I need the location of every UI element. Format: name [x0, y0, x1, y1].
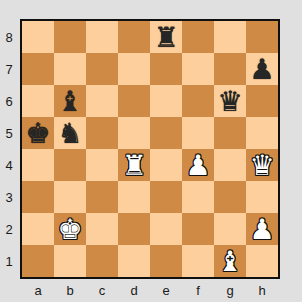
- square-b4[interactable]: [54, 149, 86, 181]
- square-c2[interactable]: [86, 213, 118, 245]
- rank-label-3: 3: [0, 181, 18, 213]
- square-f8[interactable]: [182, 21, 214, 53]
- square-d4[interactable]: ♜: [118, 149, 150, 181]
- square-g4[interactable]: [214, 149, 246, 181]
- square-b5[interactable]: ♞: [54, 117, 86, 149]
- piece-white-king-b2[interactable]: ♚: [57, 216, 82, 244]
- square-f7[interactable]: [182, 53, 214, 85]
- square-b7[interactable]: [54, 53, 86, 85]
- square-c5[interactable]: [86, 117, 118, 149]
- square-g3[interactable]: [214, 181, 246, 213]
- piece-white-pawn-f4[interactable]: ♟: [185, 152, 210, 180]
- square-f6[interactable]: [182, 85, 214, 117]
- square-g2[interactable]: [214, 213, 246, 245]
- square-h1[interactable]: [246, 245, 278, 277]
- square-c4[interactable]: [86, 149, 118, 181]
- square-e7[interactable]: [150, 53, 182, 85]
- rank-label-5: 5: [0, 117, 18, 149]
- square-c7[interactable]: [86, 53, 118, 85]
- square-h4[interactable]: ♛: [246, 149, 278, 181]
- file-label-a: a: [22, 281, 54, 299]
- chess-board: ♜♟♝♛♚♞♜♟♛♚♟♝: [20, 19, 280, 279]
- rank-label-2: 2: [0, 213, 18, 245]
- square-e3[interactable]: [150, 181, 182, 213]
- square-d6[interactable]: [118, 85, 150, 117]
- rank-label-8: 8: [0, 21, 18, 53]
- piece-white-queen-h4[interactable]: ♛: [249, 152, 274, 180]
- square-a6[interactable]: [22, 85, 54, 117]
- piece-white-rook-d4[interactable]: ♜: [121, 152, 146, 180]
- square-f3[interactable]: [182, 181, 214, 213]
- square-d5[interactable]: [118, 117, 150, 149]
- square-g6[interactable]: ♛: [214, 85, 246, 117]
- square-e8[interactable]: ♜: [150, 21, 182, 53]
- square-h3[interactable]: [246, 181, 278, 213]
- square-d3[interactable]: [118, 181, 150, 213]
- square-a3[interactable]: [22, 181, 54, 213]
- square-g1[interactable]: ♝: [214, 245, 246, 277]
- square-f4[interactable]: ♟: [182, 149, 214, 181]
- square-h2[interactable]: ♟: [246, 213, 278, 245]
- square-a1[interactable]: [22, 245, 54, 277]
- square-h6[interactable]: [246, 85, 278, 117]
- square-b6[interactable]: ♝: [54, 85, 86, 117]
- square-a7[interactable]: [22, 53, 54, 85]
- square-d7[interactable]: [118, 53, 150, 85]
- square-a8[interactable]: [22, 21, 54, 53]
- rank-label-7: 7: [0, 53, 18, 85]
- piece-black-pawn-h7[interactable]: ♟: [249, 56, 274, 84]
- rank-label-6: 6: [0, 85, 18, 117]
- square-a4[interactable]: [22, 149, 54, 181]
- file-label-f: f: [182, 281, 214, 299]
- square-f5[interactable]: [182, 117, 214, 149]
- square-c6[interactable]: [86, 85, 118, 117]
- square-d8[interactable]: [118, 21, 150, 53]
- square-e5[interactable]: [150, 117, 182, 149]
- square-c1[interactable]: [86, 245, 118, 277]
- square-e4[interactable]: [150, 149, 182, 181]
- square-e6[interactable]: [150, 85, 182, 117]
- piece-black-knight-b5[interactable]: ♞: [57, 120, 82, 148]
- square-g7[interactable]: [214, 53, 246, 85]
- file-label-d: d: [118, 281, 150, 299]
- square-f1[interactable]: [182, 245, 214, 277]
- piece-black-king-a5[interactable]: ♚: [25, 120, 50, 148]
- square-a2[interactable]: [22, 213, 54, 245]
- file-label-c: c: [86, 281, 118, 299]
- square-g5[interactable]: [214, 117, 246, 149]
- square-c3[interactable]: [86, 181, 118, 213]
- square-e1[interactable]: [150, 245, 182, 277]
- file-label-h: h: [246, 281, 278, 299]
- square-f2[interactable]: [182, 213, 214, 245]
- square-b3[interactable]: [54, 181, 86, 213]
- square-d1[interactable]: [118, 245, 150, 277]
- square-b2[interactable]: ♚: [54, 213, 86, 245]
- piece-white-bishop-g1[interactable]: ♝: [217, 248, 242, 276]
- chess-gui-panel: ♜♟♝♛♚♞♜♟♛♚♟♝ 87654321abcdefgh: [0, 0, 302, 302]
- piece-black-rook-e8[interactable]: ♜: [153, 24, 178, 52]
- piece-black-queen-g6[interactable]: ♛: [217, 88, 242, 116]
- rank-label-1: 1: [0, 245, 18, 277]
- square-g8[interactable]: [214, 21, 246, 53]
- rank-label-4: 4: [0, 149, 18, 181]
- square-h7[interactable]: ♟: [246, 53, 278, 85]
- square-h5[interactable]: [246, 117, 278, 149]
- file-label-g: g: [214, 281, 246, 299]
- file-label-b: b: [54, 281, 86, 299]
- square-d2[interactable]: [118, 213, 150, 245]
- square-a5[interactable]: ♚: [22, 117, 54, 149]
- piece-white-pawn-h2[interactable]: ♟: [249, 216, 274, 244]
- square-b8[interactable]: [54, 21, 86, 53]
- piece-black-bishop-b6[interactable]: ♝: [57, 88, 82, 116]
- file-label-e: e: [150, 281, 182, 299]
- square-c8[interactable]: [86, 21, 118, 53]
- square-e2[interactable]: [150, 213, 182, 245]
- square-b1[interactable]: [54, 245, 86, 277]
- square-h8[interactable]: [246, 21, 278, 53]
